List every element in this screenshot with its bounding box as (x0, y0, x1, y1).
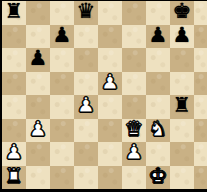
square-g2[interactable] (146, 142, 170, 166)
board-edge-sliver (194, 166, 207, 190)
square-f7[interactable] (122, 25, 146, 49)
black-pawn-h7[interactable]: ♟ (173, 25, 192, 46)
square-b7[interactable] (26, 25, 50, 49)
board-edge-sliver (194, 48, 207, 72)
square-f2[interactable]: ♟ (122, 142, 146, 166)
square-c6[interactable] (50, 48, 74, 72)
square-c2[interactable] (50, 142, 74, 166)
square-a8[interactable]: ♜ (2, 1, 26, 25)
white-pawn-d4[interactable]: ♟ (77, 95, 96, 116)
square-c7[interactable]: ♟ (50, 25, 74, 49)
white-pawn-b3[interactable]: ♟ (29, 119, 48, 140)
square-a5[interactable] (2, 72, 26, 96)
white-rook-a1[interactable]: ♜ (5, 166, 24, 187)
square-d3[interactable] (74, 119, 98, 143)
square-d7[interactable] (74, 25, 98, 49)
square-h1[interactable] (170, 166, 194, 190)
square-g6[interactable] (146, 48, 170, 72)
black-pawn-g7[interactable]: ♟ (149, 25, 168, 46)
square-g8[interactable] (146, 1, 170, 25)
black-queen-d8[interactable]: ♛ (77, 1, 96, 22)
black-king-h8[interactable]: ♚ (173, 1, 192, 22)
square-e1[interactable] (98, 166, 122, 190)
square-b8[interactable] (26, 1, 50, 25)
square-d8[interactable]: ♛ (74, 1, 98, 25)
black-rook-h4[interactable]: ♜ (173, 95, 192, 116)
square-e3[interactable] (98, 119, 122, 143)
square-c3[interactable] (50, 119, 74, 143)
square-b4[interactable] (26, 95, 50, 119)
white-pawn-e5[interactable]: ♟ (101, 72, 120, 93)
square-f4[interactable] (122, 95, 146, 119)
square-h8[interactable]: ♚ (170, 1, 194, 25)
square-f8[interactable] (122, 1, 146, 25)
square-c5[interactable] (50, 72, 74, 96)
board-edge-sliver (194, 95, 207, 119)
square-a7[interactable] (2, 25, 26, 49)
square-d5[interactable] (74, 72, 98, 96)
square-h6[interactable] (170, 48, 194, 72)
square-g4[interactable] (146, 95, 170, 119)
square-h5[interactable] (170, 72, 194, 96)
square-e5[interactable]: ♟ (98, 72, 122, 96)
white-queen-f3[interactable]: ♛ (125, 119, 144, 140)
board-edge-sliver (194, 142, 207, 166)
square-d4[interactable]: ♟ (74, 95, 98, 119)
square-c8[interactable] (50, 1, 74, 25)
square-e6[interactable] (98, 48, 122, 72)
square-g5[interactable] (146, 72, 170, 96)
square-h3[interactable] (170, 119, 194, 143)
square-f5[interactable] (122, 72, 146, 96)
square-e2[interactable] (98, 142, 122, 166)
square-h4[interactable]: ♜ (170, 95, 194, 119)
square-a1[interactable]: ♜ (2, 166, 26, 190)
square-f3[interactable]: ♛ (122, 119, 146, 143)
square-b2[interactable] (26, 142, 50, 166)
square-c1[interactable] (50, 166, 74, 190)
square-a3[interactable] (2, 119, 26, 143)
square-b3[interactable]: ♟ (26, 119, 50, 143)
chess-board: ♜♛♚♟♟♟♟♟♟♜♟♛♞♟♟♜♚ (2, 1, 207, 189)
square-h2[interactable] (170, 142, 194, 166)
square-c4[interactable] (50, 95, 74, 119)
square-f6[interactable] (122, 48, 146, 72)
square-g1[interactable]: ♚ (146, 166, 170, 190)
square-b6[interactable]: ♟ (26, 48, 50, 72)
white-pawn-a2[interactable]: ♟ (5, 142, 24, 163)
board-edge-sliver (194, 72, 207, 96)
square-e4[interactable] (98, 95, 122, 119)
square-a6[interactable] (2, 48, 26, 72)
black-rook-a8[interactable]: ♜ (5, 1, 24, 22)
square-g3[interactable]: ♞ (146, 119, 170, 143)
black-pawn-b6[interactable]: ♟ (29, 48, 48, 69)
square-a4[interactable] (2, 95, 26, 119)
board-edge-sliver (194, 119, 207, 143)
square-b5[interactable] (26, 72, 50, 96)
white-knight-g3[interactable]: ♞ (149, 119, 168, 140)
square-d6[interactable] (74, 48, 98, 72)
white-king-g1[interactable]: ♚ (149, 166, 168, 187)
chess-board-window: ♜♛♚♟♟♟♟♟♟♜♟♛♞♟♟♜♚ (0, 0, 207, 192)
black-pawn-c7[interactable]: ♟ (53, 25, 72, 46)
square-e8[interactable] (98, 1, 122, 25)
square-h7[interactable]: ♟ (170, 25, 194, 49)
board-edge-sliver (194, 1, 207, 25)
square-d2[interactable] (74, 142, 98, 166)
square-d1[interactable] (74, 166, 98, 190)
white-pawn-f2[interactable]: ♟ (125, 142, 144, 163)
square-e7[interactable] (98, 25, 122, 49)
square-g7[interactable]: ♟ (146, 25, 170, 49)
square-f1[interactable] (122, 166, 146, 190)
square-b1[interactable] (26, 166, 50, 190)
square-a2[interactable]: ♟ (2, 142, 26, 166)
board-edge-sliver (194, 25, 207, 49)
